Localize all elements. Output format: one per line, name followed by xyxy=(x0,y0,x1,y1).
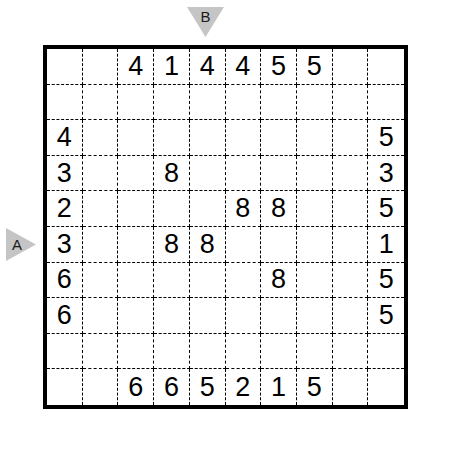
clue-number: 4 xyxy=(57,122,72,153)
cell-r1c4[interactable] xyxy=(190,85,226,121)
cell-r0c9[interactable] xyxy=(368,49,404,85)
cell-r6c7[interactable] xyxy=(297,263,333,299)
cell-r4c1[interactable] xyxy=(83,191,119,227)
cell-r1c1[interactable] xyxy=(83,85,119,121)
cell-r8c8[interactable] xyxy=(333,334,369,370)
clue-number: 2 xyxy=(235,372,250,403)
clue-number: 8 xyxy=(164,158,179,189)
cell-r2c5[interactable] xyxy=(226,120,262,156)
cell-r9c6[interactable]: 1 xyxy=(261,369,297,405)
clue-number: 4 xyxy=(128,51,143,82)
cell-r2c9[interactable]: 5 xyxy=(368,120,404,156)
clue-number: 8 xyxy=(271,193,286,224)
cell-r4c7[interactable] xyxy=(297,191,333,227)
cell-r4c9[interactable]: 5 xyxy=(368,191,404,227)
cell-r2c1[interactable] xyxy=(83,120,119,156)
clue-number: 6 xyxy=(128,372,143,403)
cell-r5c5[interactable] xyxy=(226,227,262,263)
cell-r1c8[interactable] xyxy=(333,85,369,121)
cell-r1c0[interactable] xyxy=(47,85,83,121)
cell-r1c6[interactable] xyxy=(261,85,297,121)
cell-r5c1[interactable] xyxy=(83,227,119,263)
clue-number: 8 xyxy=(235,193,250,224)
cell-r2c0[interactable]: 4 xyxy=(47,120,83,156)
cell-r0c1[interactable] xyxy=(83,49,119,85)
clue-number: 5 xyxy=(379,264,394,295)
cell-r9c4[interactable]: 5 xyxy=(190,369,226,405)
clue-number: 6 xyxy=(164,372,179,403)
cell-r6c4[interactable] xyxy=(190,263,226,299)
clue-number: 5 xyxy=(307,51,322,82)
cell-r8c9[interactable] xyxy=(368,334,404,370)
cell-r6c0[interactable]: 6 xyxy=(47,263,83,299)
clue-number: 5 xyxy=(379,122,394,153)
cell-r3c3[interactable]: 8 xyxy=(154,156,190,192)
cell-r3c5[interactable] xyxy=(226,156,262,192)
cell-r3c6[interactable] xyxy=(261,156,297,192)
cell-r4c5[interactable]: 8 xyxy=(226,191,262,227)
clue-number: 1 xyxy=(271,372,286,403)
cell-r3c4[interactable] xyxy=(190,156,226,192)
cell-r4c4[interactable] xyxy=(190,191,226,227)
cell-r6c3[interactable] xyxy=(154,263,190,299)
cell-r6c1[interactable] xyxy=(83,263,119,299)
cell-r0c2[interactable]: 4 xyxy=(118,49,154,85)
cell-r1c7[interactable] xyxy=(297,85,333,121)
cell-r8c3[interactable] xyxy=(154,334,190,370)
cell-r7c5[interactable] xyxy=(226,298,262,334)
cell-r8c5[interactable] xyxy=(226,334,262,370)
cell-r8c1[interactable] xyxy=(83,334,119,370)
cell-r2c2[interactable] xyxy=(118,120,154,156)
clue-number: 5 xyxy=(307,372,322,403)
clue-number: 4 xyxy=(235,51,250,82)
clue-number: 5 xyxy=(271,51,286,82)
cell-r2c7[interactable] xyxy=(297,120,333,156)
down-arrow-marker-b-label: B xyxy=(200,9,210,37)
answer-row-marker: A xyxy=(6,228,36,261)
cell-r0c8[interactable] xyxy=(333,49,369,85)
clue-number: 1 xyxy=(379,229,394,260)
cell-r7c6[interactable] xyxy=(261,298,297,334)
cell-r0c7[interactable]: 5 xyxy=(297,49,333,85)
clue-number: 5 xyxy=(200,372,215,403)
right-arrow-marker-a-label: A xyxy=(12,237,22,252)
cell-r0c3[interactable]: 1 xyxy=(154,49,190,85)
cell-r4c3[interactable] xyxy=(154,191,190,227)
cell-r2c8[interactable] xyxy=(333,120,369,156)
cell-r9c9[interactable] xyxy=(368,369,404,405)
clue-number: 2 xyxy=(57,193,72,224)
cell-r9c7[interactable]: 5 xyxy=(297,369,333,405)
cell-r8c4[interactable] xyxy=(190,334,226,370)
cell-r3c8[interactable] xyxy=(333,156,369,192)
cell-r7c7[interactable] xyxy=(297,298,333,334)
cell-r2c6[interactable] xyxy=(261,120,297,156)
cell-r1c9[interactable] xyxy=(368,85,404,121)
cell-r4c8[interactable] xyxy=(333,191,369,227)
cell-r7c9[interactable]: 5 xyxy=(368,298,404,334)
cell-r1c2[interactable] xyxy=(118,85,154,121)
cell-r5c8[interactable] xyxy=(333,227,369,263)
cell-r5c3[interactable]: 8 xyxy=(154,227,190,263)
clue-number: 5 xyxy=(379,193,394,224)
clue-number: 3 xyxy=(379,158,394,189)
cell-r8c2[interactable] xyxy=(118,334,154,370)
cell-r1c5[interactable] xyxy=(226,85,262,121)
cell-r8c6[interactable] xyxy=(261,334,297,370)
cell-r5c0[interactable]: 3 xyxy=(47,227,83,263)
clue-number: 4 xyxy=(200,51,215,82)
cell-r6c9[interactable]: 5 xyxy=(368,263,404,299)
cell-r6c8[interactable] xyxy=(333,263,369,299)
cell-r6c6[interactable]: 8 xyxy=(261,263,297,299)
cell-r1c3[interactable] xyxy=(154,85,190,121)
cell-r3c1[interactable] xyxy=(83,156,119,192)
cell-r8c0[interactable] xyxy=(47,334,83,370)
clue-number: 8 xyxy=(200,229,215,260)
clue-number: 8 xyxy=(271,264,286,295)
cell-r8c7[interactable] xyxy=(297,334,333,370)
cell-r3c9[interactable]: 3 xyxy=(368,156,404,192)
cell-r9c5[interactable]: 2 xyxy=(226,369,262,405)
cell-r9c2[interactable]: 6 xyxy=(118,369,154,405)
clue-number: 3 xyxy=(57,229,72,260)
cell-r9c3[interactable]: 6 xyxy=(154,369,190,405)
cell-r5c6[interactable] xyxy=(261,227,297,263)
cell-r3c7[interactable] xyxy=(297,156,333,192)
cell-r2c4[interactable] xyxy=(190,120,226,156)
cell-r5c2[interactable] xyxy=(118,227,154,263)
cell-r5c4[interactable]: 8 xyxy=(190,227,226,263)
cell-r7c4[interactable] xyxy=(190,298,226,334)
cell-r6c5[interactable] xyxy=(226,263,262,299)
clue-number: 8 xyxy=(164,229,179,260)
answer-column-marker: B xyxy=(187,7,224,37)
cell-r5c7[interactable] xyxy=(297,227,333,263)
cell-r2c3[interactable] xyxy=(154,120,190,156)
cell-r7c0[interactable]: 6 xyxy=(47,298,83,334)
clue-number: 5 xyxy=(379,300,394,331)
cell-r4c0[interactable]: 2 xyxy=(47,191,83,227)
clue-number: 6 xyxy=(57,264,72,295)
cell-r3c0[interactable]: 3 xyxy=(47,156,83,192)
cell-r6c2[interactable] xyxy=(118,263,154,299)
cell-r9c1[interactable] xyxy=(83,369,119,405)
clue-number: 1 xyxy=(164,51,179,82)
cell-r5c9[interactable]: 1 xyxy=(368,227,404,263)
cell-r0c4[interactable]: 4 xyxy=(190,49,226,85)
cell-r4c2[interactable] xyxy=(118,191,154,227)
clue-number: 3 xyxy=(57,158,72,189)
cell-r0c0[interactable] xyxy=(47,49,83,85)
cell-r3c2[interactable] xyxy=(118,156,154,192)
puzzle-grid: 414455453832885388168565665215 xyxy=(43,45,408,409)
cell-r7c1[interactable] xyxy=(83,298,119,334)
clue-number: 6 xyxy=(57,300,72,331)
cell-r7c2[interactable] xyxy=(118,298,154,334)
cell-r9c8[interactable] xyxy=(333,369,369,405)
cell-r4c6[interactable]: 8 xyxy=(261,191,297,227)
cell-r0c5[interactable]: 4 xyxy=(226,49,262,85)
cell-r7c8[interactable] xyxy=(333,298,369,334)
cell-r0c6[interactable]: 5 xyxy=(261,49,297,85)
cell-r9c0[interactable] xyxy=(47,369,83,405)
cell-r7c3[interactable] xyxy=(154,298,190,334)
